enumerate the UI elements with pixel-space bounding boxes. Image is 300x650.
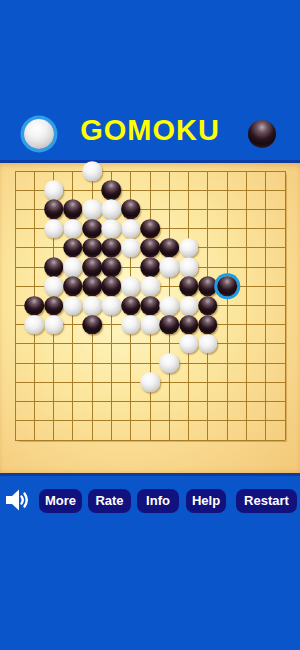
app-screen: GOMOKU More Rate Info Help Restart bbox=[0, 0, 300, 650]
stone-black bbox=[63, 277, 83, 297]
stone-white bbox=[25, 315, 45, 335]
stone-white bbox=[160, 296, 180, 316]
stone-white bbox=[140, 315, 160, 335]
stone-black bbox=[44, 296, 64, 316]
stone-black bbox=[102, 180, 122, 200]
stone-black bbox=[121, 200, 141, 220]
stone-white bbox=[121, 315, 141, 335]
grid-line bbox=[265, 171, 266, 440]
stone-white bbox=[82, 200, 102, 220]
stone-black bbox=[198, 315, 218, 335]
stone-black bbox=[82, 257, 102, 277]
stone-black bbox=[102, 277, 122, 297]
stone-black bbox=[102, 238, 122, 258]
stone-white bbox=[140, 277, 160, 297]
stone-black bbox=[140, 296, 160, 316]
stone-black bbox=[82, 277, 102, 297]
stone-black bbox=[63, 238, 83, 258]
stone-black-last-move bbox=[217, 277, 237, 297]
stone-black bbox=[140, 238, 160, 258]
stone-black bbox=[198, 277, 218, 297]
grid-line bbox=[15, 440, 285, 441]
grid-line bbox=[227, 171, 228, 440]
stone-black bbox=[160, 238, 180, 258]
stone-black bbox=[160, 315, 180, 335]
stone-white bbox=[179, 238, 199, 258]
stone-black bbox=[82, 315, 102, 335]
board-region bbox=[0, 163, 300, 473]
grid-line bbox=[15, 363, 285, 364]
rate-button[interactable]: Rate bbox=[88, 489, 131, 513]
stone-white bbox=[160, 353, 180, 373]
more-button[interactable]: More bbox=[39, 489, 82, 513]
stone-black bbox=[121, 296, 141, 316]
stone-black bbox=[179, 315, 199, 335]
stone-white bbox=[63, 296, 83, 316]
stone-white bbox=[102, 200, 122, 220]
stone-white bbox=[121, 277, 141, 297]
stone-white bbox=[140, 373, 160, 393]
stone-white bbox=[198, 334, 218, 354]
stone-white bbox=[63, 219, 83, 239]
stone-black bbox=[198, 296, 218, 316]
app-title: GOMOKU bbox=[80, 114, 220, 147]
stone-black bbox=[179, 277, 199, 297]
header: GOMOKU bbox=[0, 0, 300, 160]
stone-white bbox=[102, 219, 122, 239]
stone-white bbox=[102, 296, 122, 316]
black-indicator-stone bbox=[248, 120, 276, 148]
speaker-icon[interactable] bbox=[4, 486, 32, 514]
help-button[interactable]: Help bbox=[186, 489, 226, 513]
stone-black bbox=[44, 200, 64, 220]
stone-black bbox=[82, 238, 102, 258]
stone-white bbox=[44, 315, 64, 335]
stone-white bbox=[82, 161, 102, 181]
grid-line bbox=[15, 401, 285, 402]
stone-white bbox=[179, 257, 199, 277]
stone-black bbox=[44, 257, 64, 277]
grid-line bbox=[15, 343, 285, 344]
stone-white bbox=[179, 296, 199, 316]
stone-black bbox=[82, 219, 102, 239]
grid-line bbox=[246, 171, 247, 440]
stone-white bbox=[44, 219, 64, 239]
grid-line bbox=[15, 420, 285, 421]
stone-white bbox=[44, 180, 64, 200]
stone-white bbox=[160, 257, 180, 277]
stone-white bbox=[44, 277, 64, 297]
board-grid[interactable] bbox=[15, 171, 285, 440]
stone-white bbox=[179, 334, 199, 354]
stone-white bbox=[63, 257, 83, 277]
restart-button[interactable]: Restart bbox=[236, 489, 297, 513]
stone-black bbox=[25, 296, 45, 316]
white-turn-indicator-stone bbox=[24, 119, 54, 149]
footer-toolbar: More Rate Info Help Restart bbox=[0, 476, 300, 650]
stone-white bbox=[121, 238, 141, 258]
stone-black bbox=[140, 257, 160, 277]
grid-line bbox=[285, 171, 286, 440]
stone-black bbox=[63, 200, 83, 220]
stone-black bbox=[102, 257, 122, 277]
stone-white bbox=[121, 219, 141, 239]
stone-black bbox=[140, 219, 160, 239]
stone-white bbox=[82, 296, 102, 316]
info-button[interactable]: Info bbox=[137, 489, 179, 513]
